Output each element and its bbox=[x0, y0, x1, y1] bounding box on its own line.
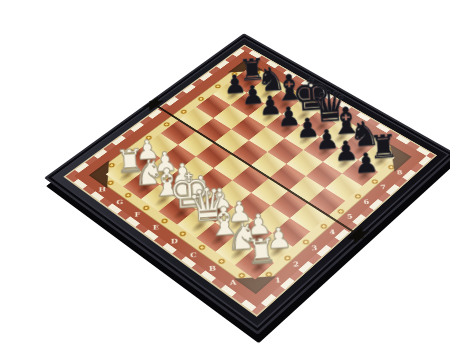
piece-glyph: ♟ bbox=[353, 146, 379, 179]
chess-board: 12345678 HGFEDCBA ♜♞♝♛♚♝♞♜♟♟♟♟♟♟♟♟♟♟♟♟♟♟… bbox=[44, 33, 450, 334]
piece-glyph: ♜ bbox=[245, 231, 279, 273]
board-frame: 12345678 HGFEDCBA ♜♞♝♛♚♝♞♜♟♟♟♟♟♟♟♟♟♟♟♟♟♟… bbox=[44, 33, 450, 334]
chess-set-photo: 12345678 HGFEDCBA ♜♞♝♛♚♝♞♜♟♟♟♟♟♟♟♟♟♟♟♟♟♟… bbox=[0, 0, 450, 354]
